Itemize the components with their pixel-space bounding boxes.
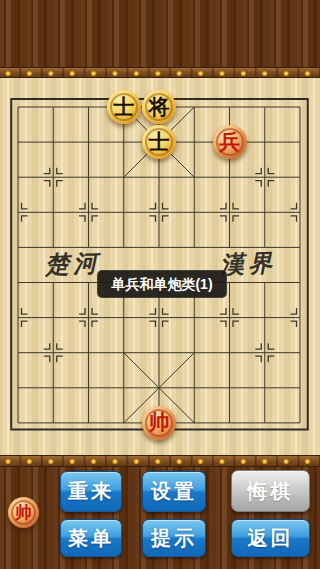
- board-point[interactable]: [282, 195, 317, 230]
- board-point[interactable]: [71, 405, 106, 440]
- board-point[interactable]: [0, 90, 35, 125]
- board-point[interactable]: [212, 160, 247, 195]
- board-point[interactable]: [71, 335, 106, 370]
- board-point[interactable]: [177, 160, 212, 195]
- piece-red-soldier[interactable]: 兵: [213, 125, 247, 159]
- board-point[interactable]: [0, 370, 35, 405]
- board-point[interactable]: [282, 335, 317, 370]
- board-point[interactable]: [141, 160, 176, 195]
- board-point[interactable]: [36, 160, 71, 195]
- xiangqi-board: 楚河 漢界 士将士兵帅: [0, 78, 320, 455]
- board-point[interactable]: [282, 230, 317, 265]
- board-point[interactable]: [0, 265, 35, 300]
- board-point[interactable]: [71, 125, 106, 160]
- board-point[interactable]: [212, 300, 247, 335]
- board-point[interactable]: [247, 230, 282, 265]
- black-advisor-glyph: 士: [149, 132, 170, 153]
- hint-button[interactable]: 提示: [142, 519, 206, 557]
- board-point[interactable]: [177, 195, 212, 230]
- board-point[interactable]: [177, 335, 212, 370]
- board-point[interactable]: [177, 230, 212, 265]
- board-point[interactable]: [0, 160, 35, 195]
- board-point[interactable]: [141, 370, 176, 405]
- board-point[interactable]: [212, 90, 247, 125]
- board-point[interactable]: [71, 230, 106, 265]
- board-point[interactable]: [247, 335, 282, 370]
- board-point[interactable]: [0, 300, 35, 335]
- board-point[interactable]: 兵: [212, 125, 247, 160]
- board-point[interactable]: [212, 230, 247, 265]
- board-point[interactable]: [0, 405, 35, 440]
- board-point[interactable]: [0, 125, 35, 160]
- board-point[interactable]: [282, 370, 317, 405]
- board-point[interactable]: [106, 160, 141, 195]
- red-general-glyph: 帅: [15, 504, 32, 521]
- settings-button[interactable]: 设置: [142, 471, 206, 512]
- board-point[interactable]: [177, 370, 212, 405]
- board-point[interactable]: 士: [106, 90, 141, 125]
- board-point[interactable]: 士: [141, 125, 176, 160]
- board-point[interactable]: [177, 405, 212, 440]
- board-point[interactable]: [106, 405, 141, 440]
- board-point[interactable]: [0, 335, 35, 370]
- undo-move-button[interactable]: 悔棋: [231, 470, 310, 512]
- back-button[interactable]: 返回: [231, 519, 310, 557]
- red-soldier-glyph: 兵: [219, 132, 240, 153]
- board-point[interactable]: [247, 265, 282, 300]
- board-point[interactable]: [247, 300, 282, 335]
- board-point[interactable]: [0, 195, 35, 230]
- board-point[interactable]: [282, 125, 317, 160]
- board-point[interactable]: [71, 160, 106, 195]
- piece-black-advisor[interactable]: 士: [107, 90, 141, 124]
- board-point[interactable]: [247, 370, 282, 405]
- board-point[interactable]: [212, 405, 247, 440]
- board-point[interactable]: [36, 90, 71, 125]
- board-point[interactable]: [71, 195, 106, 230]
- board-point[interactable]: [36, 195, 71, 230]
- bottom-studded-rail: [0, 455, 320, 467]
- board-point[interactable]: [141, 335, 176, 370]
- piece-black-advisor[interactable]: 士: [142, 125, 176, 159]
- board-point[interactable]: [282, 405, 317, 440]
- board-point[interactable]: [36, 405, 71, 440]
- top-studded-rail: [0, 67, 320, 78]
- board-points-grid: 士将士兵帅: [0, 90, 317, 441]
- board-point[interactable]: [247, 90, 282, 125]
- board-point[interactable]: [177, 300, 212, 335]
- board-point[interactable]: [247, 195, 282, 230]
- board-point[interactable]: [0, 230, 35, 265]
- black-advisor-glyph: 士: [113, 97, 134, 118]
- board-point[interactable]: [141, 300, 176, 335]
- board-point[interactable]: [36, 265, 71, 300]
- board-point[interactable]: [282, 90, 317, 125]
- board-point[interactable]: [71, 370, 106, 405]
- red-general-glyph: 帅: [149, 412, 170, 433]
- board-point[interactable]: [71, 90, 106, 125]
- top-wood-panel: [0, 0, 320, 67]
- board-point[interactable]: [71, 300, 106, 335]
- board-point[interactable]: [247, 125, 282, 160]
- board-point[interactable]: [141, 195, 176, 230]
- board-point[interactable]: 将: [141, 90, 176, 125]
- board-point[interactable]: [282, 300, 317, 335]
- board-point[interactable]: [177, 125, 212, 160]
- puzzle-category-toast: 单兵和单炮类(1): [97, 270, 227, 298]
- board-point[interactable]: [106, 195, 141, 230]
- board-point[interactable]: [282, 265, 317, 300]
- board-point[interactable]: [36, 125, 71, 160]
- board-point[interactable]: [106, 230, 141, 265]
- board-point[interactable]: 帅: [141, 405, 176, 440]
- piece-red-general[interactable]: 帅: [142, 406, 176, 440]
- board-point[interactable]: [212, 370, 247, 405]
- board-point[interactable]: [106, 370, 141, 405]
- board-point[interactable]: [247, 405, 282, 440]
- board-point[interactable]: [106, 300, 141, 335]
- board-point[interactable]: [36, 300, 71, 335]
- board-point[interactable]: [177, 90, 212, 125]
- board-point[interactable]: [141, 230, 176, 265]
- board-point[interactable]: [106, 335, 141, 370]
- board-point[interactable]: [212, 335, 247, 370]
- black-general-glyph: 将: [149, 97, 170, 118]
- board-point[interactable]: [36, 335, 71, 370]
- restart-button[interactable]: 重来: [60, 471, 122, 512]
- board-point[interactable]: [212, 195, 247, 230]
- board-point[interactable]: [106, 125, 141, 160]
- board-point[interactable]: [247, 160, 282, 195]
- red-side-indicator-piece: 帅: [8, 497, 39, 528]
- board-point[interactable]: [36, 370, 71, 405]
- board-point[interactable]: [36, 230, 71, 265]
- piece-black-general[interactable]: 将: [142, 90, 176, 124]
- board-point[interactable]: [282, 160, 317, 195]
- xiangqi-app-screen: 楚河 漢界 士将士兵帅 单兵和单炮类(1) 帅 重来 设置 悔棋 菜单 提示 返…: [0, 0, 320, 569]
- menu-button[interactable]: 菜单: [60, 519, 122, 557]
